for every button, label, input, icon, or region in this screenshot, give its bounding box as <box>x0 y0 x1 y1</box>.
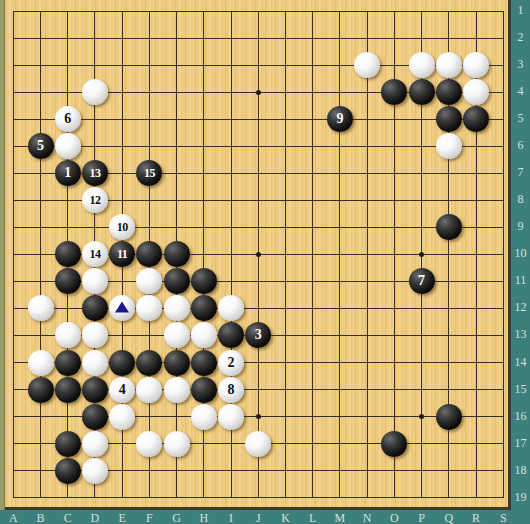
col-label-H: H <box>194 511 214 524</box>
row-label-10: 10 <box>511 246 530 261</box>
col-label-A: A <box>3 511 23 524</box>
row-label-6: 6 <box>511 138 530 153</box>
stone-E15[interactable]: 4 <box>109 377 135 403</box>
move-number-14: 14 <box>89 241 100 267</box>
stone-B14[interactable] <box>28 350 54 376</box>
stone-I12[interactable] <box>218 295 244 321</box>
col-label-K: K <box>276 511 296 524</box>
stone-O17[interactable] <box>381 431 407 457</box>
board-layer: 695113151210141173248ABCDEFGHIJKLMNOPQRS… <box>0 0 530 524</box>
stone-I14[interactable]: 2 <box>218 350 244 376</box>
grid-vline-K <box>285 11 286 499</box>
col-label-L: L <box>303 511 323 524</box>
stone-Q16[interactable] <box>436 404 462 430</box>
star-point-J10 <box>256 252 261 257</box>
stone-I15[interactable]: 8 <box>218 377 244 403</box>
row-label-16: 16 <box>511 409 530 424</box>
stone-R5[interactable] <box>463 106 489 132</box>
row-label-4: 4 <box>511 84 530 99</box>
stone-D11[interactable] <box>82 268 108 294</box>
row-label-14: 14 <box>511 355 530 370</box>
stone-C14[interactable] <box>55 350 81 376</box>
go-diagram-window: 695113151210141173248ABCDEFGHIJKLMNOPQRS… <box>0 0 530 524</box>
col-label-Q: Q <box>439 511 459 524</box>
stone-C5[interactable]: 6 <box>55 106 81 132</box>
stone-H16[interactable] <box>191 404 217 430</box>
stone-H12[interactable] <box>191 295 217 321</box>
stone-H15[interactable] <box>191 377 217 403</box>
col-label-R: R <box>466 511 486 524</box>
star-point-J4 <box>256 90 261 95</box>
stone-Q3[interactable] <box>436 52 462 78</box>
col-label-I: I <box>221 511 241 524</box>
row-label-3: 3 <box>511 57 530 72</box>
stone-G13[interactable] <box>164 322 190 348</box>
stone-N3[interactable] <box>354 52 380 78</box>
stone-Q4[interactable] <box>436 79 462 105</box>
move-number-2: 2 <box>228 350 235 376</box>
col-label-D: D <box>85 511 105 524</box>
stone-B12[interactable] <box>28 295 54 321</box>
stone-D18[interactable] <box>82 458 108 484</box>
stone-H14[interactable] <box>191 350 217 376</box>
stone-C18[interactable] <box>55 458 81 484</box>
col-label-M: M <box>330 511 350 524</box>
row-label-9: 9 <box>511 219 530 234</box>
move-number-3: 3 <box>255 322 262 348</box>
stone-B15[interactable] <box>28 377 54 403</box>
col-label-F: F <box>139 511 159 524</box>
row-label-13: 13 <box>511 327 530 342</box>
row-label-1: 1 <box>511 3 530 18</box>
row-label-18: 18 <box>511 463 530 478</box>
stone-G12[interactable] <box>164 295 190 321</box>
stone-D13[interactable] <box>82 322 108 348</box>
col-label-B: B <box>31 511 51 524</box>
stone-H13[interactable] <box>191 322 217 348</box>
stone-D16[interactable] <box>82 404 108 430</box>
stone-C17[interactable] <box>55 431 81 457</box>
star-point-P10 <box>419 252 424 257</box>
col-label-O: O <box>384 511 404 524</box>
stone-F14[interactable] <box>136 350 162 376</box>
col-label-J: J <box>248 511 268 524</box>
stone-D15[interactable] <box>82 377 108 403</box>
move-number-15: 15 <box>144 160 155 186</box>
stone-E10[interactable]: 11 <box>109 241 135 267</box>
triangle-marker <box>115 302 129 313</box>
stone-E9[interactable]: 10 <box>109 214 135 240</box>
stone-F11[interactable] <box>136 268 162 294</box>
move-number-9: 9 <box>336 106 343 132</box>
grid-vline-N <box>367 11 368 499</box>
stone-B6[interactable]: 5 <box>28 133 54 159</box>
row-label-15: 15 <box>511 382 530 397</box>
star-point-J16 <box>256 414 261 419</box>
move-number-5: 5 <box>37 133 44 159</box>
stone-F15[interactable] <box>136 377 162 403</box>
stone-F10[interactable] <box>136 241 162 267</box>
grid-hline-19 <box>13 497 504 498</box>
stone-C13[interactable] <box>55 322 81 348</box>
move-number-10: 10 <box>117 214 128 240</box>
grid-vline-S <box>503 11 504 499</box>
stone-H11[interactable] <box>191 268 217 294</box>
stone-D4[interactable] <box>82 79 108 105</box>
stone-F12[interactable] <box>136 295 162 321</box>
stone-P3[interactable] <box>409 52 435 78</box>
row-label-7: 7 <box>511 165 530 180</box>
stone-G11[interactable] <box>164 268 190 294</box>
move-number-7: 7 <box>418 268 425 294</box>
col-label-P: P <box>412 511 432 524</box>
stone-D17[interactable] <box>82 431 108 457</box>
row-label-17: 17 <box>511 436 530 451</box>
stone-Q5[interactable] <box>436 106 462 132</box>
move-number-6: 6 <box>64 106 71 132</box>
stone-J17[interactable] <box>245 431 271 457</box>
stone-D12[interactable] <box>82 295 108 321</box>
star-point-P16 <box>419 414 424 419</box>
stone-I16[interactable] <box>218 404 244 430</box>
stone-J13[interactable]: 3 <box>245 322 271 348</box>
stone-E12[interactable] <box>109 295 135 321</box>
stone-D14[interactable] <box>82 350 108 376</box>
stone-F7[interactable]: 15 <box>136 160 162 186</box>
move-number-1: 1 <box>64 160 71 186</box>
col-label-G: G <box>167 511 187 524</box>
stone-E14[interactable] <box>109 350 135 376</box>
stone-F17[interactable] <box>136 431 162 457</box>
stone-M5[interactable]: 9 <box>327 106 353 132</box>
move-number-8: 8 <box>228 377 235 403</box>
row-label-2: 2 <box>511 30 530 45</box>
col-label-C: C <box>58 511 78 524</box>
row-label-11: 11 <box>511 273 530 288</box>
stone-R3[interactable] <box>463 52 489 78</box>
grid-vline-L <box>312 11 313 499</box>
stone-D8[interactable]: 12 <box>82 187 108 213</box>
grid-vline-M <box>339 11 340 499</box>
row-label-12: 12 <box>511 300 530 315</box>
stone-G15[interactable] <box>164 377 190 403</box>
stone-R4[interactable] <box>463 79 489 105</box>
stone-C15[interactable] <box>55 377 81 403</box>
stone-C7[interactable]: 1 <box>55 160 81 186</box>
move-number-12: 12 <box>89 187 100 213</box>
stone-C10[interactable] <box>55 241 81 267</box>
stone-Q6[interactable] <box>436 133 462 159</box>
move-number-11: 11 <box>117 241 127 267</box>
stone-D7[interactable]: 13 <box>82 160 108 186</box>
stone-G17[interactable] <box>164 431 190 457</box>
col-label-N: N <box>357 511 377 524</box>
stone-P11[interactable]: 7 <box>409 268 435 294</box>
stone-E16[interactable] <box>109 404 135 430</box>
move-number-13: 13 <box>89 160 100 186</box>
stone-C6[interactable] <box>55 133 81 159</box>
stone-C11[interactable] <box>55 268 81 294</box>
stone-I13[interactable] <box>218 322 244 348</box>
stone-G10[interactable] <box>164 241 190 267</box>
stone-P4[interactable] <box>409 79 435 105</box>
col-label-S: S <box>493 511 513 524</box>
row-label-8: 8 <box>511 192 530 207</box>
row-label-5: 5 <box>511 111 530 126</box>
stone-D10[interactable]: 14 <box>82 241 108 267</box>
col-label-E: E <box>112 511 132 524</box>
stone-G14[interactable] <box>164 350 190 376</box>
row-label-19: 19 <box>511 490 530 505</box>
stone-Q9[interactable] <box>436 214 462 240</box>
move-number-4: 4 <box>119 377 126 403</box>
stone-O4[interactable] <box>381 79 407 105</box>
